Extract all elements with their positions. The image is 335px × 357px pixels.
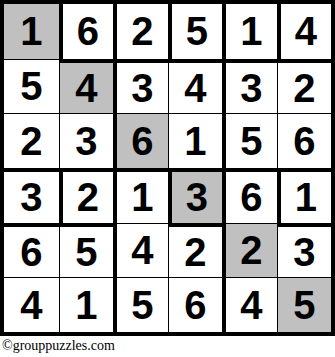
cell-r6c2: 1	[59, 277, 114, 332]
cell-r3c5: 5	[222, 113, 277, 168]
cell-r5c1: 6	[4, 223, 59, 278]
cell-r1c6: 4	[277, 4, 332, 59]
cell-r2c3: 3	[113, 59, 168, 114]
puzzle-board: 162514543432236156321361654223415645	[0, 0, 335, 336]
cell-r4c1: 3	[4, 168, 59, 223]
cell-r4c6: 1	[277, 168, 332, 223]
cell-r5c4: 2	[168, 223, 223, 278]
cell-r4c2: 2	[59, 168, 114, 223]
cell-r3c4: 1	[168, 113, 223, 168]
cell-r6c5: 4	[222, 277, 277, 332]
cell-r3c3-shaded: 6	[113, 113, 168, 168]
cell-r4c3: 1	[113, 168, 168, 223]
cell-r2c6: 2	[277, 59, 332, 114]
cell-r6c4: 6	[168, 277, 223, 332]
cell-r2c1: 5	[4, 59, 59, 114]
cell-r3c2: 3	[59, 113, 114, 168]
cell-r6c3: 5	[113, 277, 168, 332]
cell-r5c6: 3	[277, 223, 332, 278]
cell-r2c5: 3	[222, 59, 277, 114]
cell-r3c1: 2	[4, 113, 59, 168]
copyright-notice: ©grouppuzzles.com	[2, 338, 115, 354]
cell-r3c6: 6	[277, 113, 332, 168]
cell-r4c5: 6	[222, 168, 277, 223]
cell-r5c3: 4	[113, 223, 168, 278]
cell-r6c1: 4	[4, 277, 59, 332]
cell-r2c4: 4	[168, 59, 223, 114]
cell-r5c5-shaded: 2	[222, 223, 277, 278]
cell-r5c2: 5	[59, 223, 114, 278]
cell-r1c2: 6	[59, 4, 114, 59]
cell-r6c6-shaded: 5	[277, 277, 332, 332]
cell-r1c3: 2	[113, 4, 168, 59]
cell-r2c2-shaded: 4	[59, 59, 114, 114]
cell-r1c1-shaded: 1	[4, 4, 59, 59]
cell-r4c4-shaded: 3	[168, 168, 223, 223]
cell-r1c5: 1	[222, 4, 277, 59]
cell-r1c4: 5	[168, 4, 223, 59]
